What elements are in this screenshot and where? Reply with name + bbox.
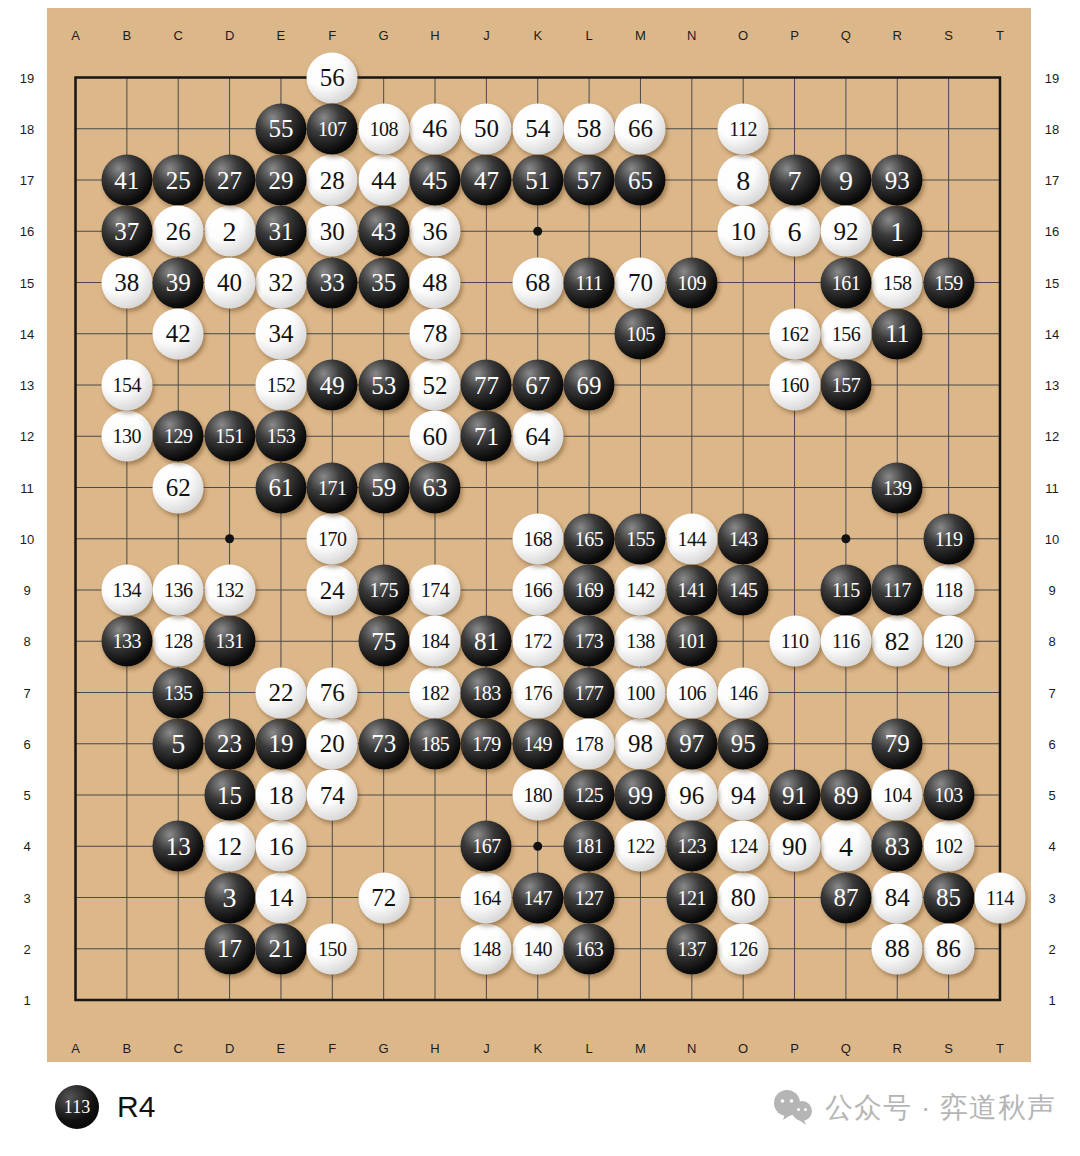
- coord-label-bottom-M: M: [635, 1041, 646, 1056]
- stone-H14: 78: [410, 308, 461, 359]
- stone-P5: 91: [769, 770, 820, 821]
- coord-label-top-M: M: [635, 28, 646, 43]
- stone-H16: 36: [410, 206, 461, 257]
- stone-F10: 170: [307, 513, 358, 564]
- coord-label-bottom-A: A: [71, 1041, 80, 1056]
- stone-C17: 25: [153, 155, 204, 206]
- stone-F19: 56: [307, 52, 358, 103]
- stone-K17: 51: [512, 155, 563, 206]
- coord-label-top-A: A: [71, 28, 80, 43]
- coord-label-right-7: 7: [1048, 685, 1055, 700]
- stone-O16: 10: [718, 206, 769, 257]
- stone-S9: 118: [923, 565, 974, 616]
- stone-L17: 57: [564, 155, 615, 206]
- stone-C7: 135: [153, 667, 204, 718]
- stone-K13: 67: [512, 360, 563, 411]
- coord-label-top-B: B: [123, 28, 132, 43]
- stone-B17: 41: [101, 155, 152, 206]
- coord-label-top-H: H: [430, 28, 439, 43]
- stone-N10: 144: [666, 513, 717, 564]
- stone-M6: 98: [615, 718, 666, 769]
- coord-label-bottom-R: R: [893, 1041, 902, 1056]
- stone-Q4: 4: [820, 821, 871, 872]
- coord-label-left-16: 16: [20, 224, 34, 239]
- stone-L2: 163: [564, 923, 615, 974]
- stone-G16: 43: [358, 206, 409, 257]
- stone-E16: 31: [255, 206, 306, 257]
- stone-O7: 146: [718, 667, 769, 718]
- last-move-caption: 113 R4: [55, 1085, 155, 1129]
- stone-F11: 171: [307, 462, 358, 513]
- stone-L10: 165: [564, 513, 615, 564]
- stone-Q17: 9: [820, 155, 871, 206]
- stone-D4: 12: [204, 821, 255, 872]
- stone-M17: 65: [615, 155, 666, 206]
- stone-M10: 155: [615, 513, 666, 564]
- stone-H11: 63: [410, 462, 461, 513]
- stone-R6: 79: [872, 718, 923, 769]
- coord-label-bottom-S: S: [944, 1041, 953, 1056]
- stone-M15: 70: [615, 257, 666, 308]
- stone-F18: 107: [307, 103, 358, 154]
- stone-E15: 32: [255, 257, 306, 308]
- stone-J13: 77: [461, 360, 512, 411]
- stone-R11: 139: [872, 462, 923, 513]
- coord-label-top-F: F: [328, 28, 336, 43]
- stone-O17: 8: [718, 155, 769, 206]
- stone-E18: 55: [255, 103, 306, 154]
- coord-label-bottom-T: T: [996, 1041, 1004, 1056]
- stone-R2: 88: [872, 923, 923, 974]
- stone-H12: 60: [410, 411, 461, 462]
- stone-F7: 76: [307, 667, 358, 718]
- caption-move-stone: 113: [55, 1085, 99, 1129]
- coord-label-top-C: C: [174, 28, 183, 43]
- stone-H7: 182: [410, 667, 461, 718]
- coord-label-left-17: 17: [20, 173, 34, 188]
- stone-F5: 74: [307, 770, 358, 821]
- stone-G3: 72: [358, 872, 409, 923]
- stone-B16: 37: [101, 206, 152, 257]
- coord-label-left-10: 10: [20, 531, 34, 546]
- coord-label-top-Q: Q: [841, 28, 851, 43]
- coord-label-right-10: 10: [1045, 531, 1059, 546]
- stone-C4: 13: [153, 821, 204, 872]
- stone-G8: 75: [358, 616, 409, 667]
- watermark-text: 公众号 · 弈道秋声: [825, 1089, 1056, 1127]
- stone-M4: 122: [615, 821, 666, 872]
- stone-F6: 20: [307, 718, 358, 769]
- stone-K12: 64: [512, 411, 563, 462]
- coord-label-top-J: J: [483, 28, 490, 43]
- coord-label-left-5: 5: [23, 788, 30, 803]
- stone-E4: 16: [255, 821, 306, 872]
- stone-K10: 168: [512, 513, 563, 564]
- coord-label-right-16: 16: [1045, 224, 1059, 239]
- coord-label-right-19: 19: [1045, 70, 1059, 85]
- stone-F16: 30: [307, 206, 358, 257]
- stone-R8: 82: [872, 616, 923, 667]
- stone-E14: 34: [255, 308, 306, 359]
- stone-S10: 119: [923, 513, 974, 564]
- coord-label-right-8: 8: [1048, 634, 1055, 649]
- stone-Q3: 87: [820, 872, 871, 923]
- stone-E2: 21: [255, 923, 306, 974]
- stone-H13: 52: [410, 360, 461, 411]
- stone-R3: 84: [872, 872, 923, 923]
- coord-label-left-7: 7: [23, 685, 30, 700]
- stone-K6: 149: [512, 718, 563, 769]
- stone-F2: 150: [307, 923, 358, 974]
- stone-P17: 7: [769, 155, 820, 206]
- stone-E12: 153: [255, 411, 306, 462]
- stone-M8: 138: [615, 616, 666, 667]
- coord-label-bottom-G: G: [379, 1041, 389, 1056]
- coord-label-bottom-K: K: [533, 1041, 542, 1056]
- stone-D12: 151: [204, 411, 255, 462]
- coord-label-top-L: L: [585, 28, 592, 43]
- stone-P8: 110: [769, 616, 820, 667]
- stone-L4: 181: [564, 821, 615, 872]
- stone-L18: 58: [564, 103, 615, 154]
- stone-G9: 175: [358, 565, 409, 616]
- stone-D17: 27: [204, 155, 255, 206]
- stone-P13: 160: [769, 360, 820, 411]
- stone-O3: 80: [718, 872, 769, 923]
- stone-K18: 54: [512, 103, 563, 154]
- coord-label-top-T: T: [996, 28, 1004, 43]
- stone-D9: 132: [204, 565, 255, 616]
- stone-Q8: 116: [820, 616, 871, 667]
- stone-J7: 183: [461, 667, 512, 718]
- stone-C6: 5: [153, 718, 204, 769]
- stone-L13: 69: [564, 360, 615, 411]
- stone-N15: 109: [666, 257, 717, 308]
- stone-N3: 121: [666, 872, 717, 923]
- coord-label-left-13: 13: [20, 378, 34, 393]
- coord-label-right-2: 2: [1048, 941, 1055, 956]
- coord-label-right-4: 4: [1048, 839, 1055, 854]
- coord-label-left-4: 4: [23, 839, 30, 854]
- coord-label-right-11: 11: [1045, 480, 1059, 495]
- stone-Q5: 89: [820, 770, 871, 821]
- coord-label-top-G: G: [379, 28, 389, 43]
- coord-label-right-13: 13: [1045, 378, 1059, 393]
- stone-H6: 185: [410, 718, 461, 769]
- stone-Q14: 156: [820, 308, 871, 359]
- stone-H17: 45: [410, 155, 461, 206]
- stone-H8: 184: [410, 616, 461, 667]
- stone-L3: 127: [564, 872, 615, 923]
- stone-B12: 130: [101, 411, 152, 462]
- coord-label-top-E: E: [277, 28, 286, 43]
- stone-G11: 59: [358, 462, 409, 513]
- stone-L6: 178: [564, 718, 615, 769]
- stone-R9: 117: [872, 565, 923, 616]
- stone-Q9: 115: [820, 565, 871, 616]
- stone-H15: 48: [410, 257, 461, 308]
- stone-G15: 35: [358, 257, 409, 308]
- caption-move-point: R4: [117, 1090, 155, 1124]
- stone-L5: 125: [564, 770, 615, 821]
- stone-K5: 180: [512, 770, 563, 821]
- coord-label-right-14: 14: [1045, 326, 1059, 341]
- coord-label-left-9: 9: [23, 583, 30, 598]
- stone-J4: 167: [461, 821, 512, 872]
- stone-E11: 61: [255, 462, 306, 513]
- stone-S5: 103: [923, 770, 974, 821]
- stone-Q13: 157: [820, 360, 871, 411]
- coord-label-right-6: 6: [1048, 736, 1055, 751]
- stone-C16: 26: [153, 206, 204, 257]
- stone-K7: 176: [512, 667, 563, 718]
- stone-C15: 39: [153, 257, 204, 308]
- coord-label-bottom-B: B: [123, 1041, 132, 1056]
- stone-N6: 97: [666, 718, 717, 769]
- coord-label-top-S: S: [944, 28, 953, 43]
- coord-label-bottom-H: H: [430, 1041, 439, 1056]
- wechat-icon: [771, 1089, 815, 1127]
- stone-K3: 147: [512, 872, 563, 923]
- stone-D2: 17: [204, 923, 255, 974]
- stone-K8: 172: [512, 616, 563, 667]
- stone-O9: 145: [718, 565, 769, 616]
- stone-K9: 166: [512, 565, 563, 616]
- stone-G17: 44: [358, 155, 409, 206]
- coord-label-bottom-D: D: [225, 1041, 234, 1056]
- stone-R17: 93: [872, 155, 923, 206]
- coord-label-left-18: 18: [20, 121, 34, 136]
- stone-E5: 18: [255, 770, 306, 821]
- stone-D16: 2: [204, 206, 255, 257]
- stone-M9: 142: [615, 565, 666, 616]
- coord-label-top-K: K: [533, 28, 542, 43]
- coord-label-right-18: 18: [1045, 121, 1059, 136]
- stone-R5: 104: [872, 770, 923, 821]
- stone-G18: 108: [358, 103, 409, 154]
- stone-R15: 158: [872, 257, 923, 308]
- coord-label-right-1: 1: [1048, 993, 1055, 1008]
- stone-L8: 173: [564, 616, 615, 667]
- coord-label-bottom-C: C: [174, 1041, 183, 1056]
- stone-N7: 106: [666, 667, 717, 718]
- coord-label-right-3: 3: [1048, 890, 1055, 905]
- stone-D6: 23: [204, 718, 255, 769]
- stone-G6: 73: [358, 718, 409, 769]
- stone-E17: 29: [255, 155, 306, 206]
- stone-O18: 112: [718, 103, 769, 154]
- stone-S15: 159: [923, 257, 974, 308]
- stone-S3: 85: [923, 872, 974, 923]
- watermark: 公众号 · 弈道秋声: [771, 1088, 1056, 1128]
- coord-label-left-1: 1: [23, 993, 30, 1008]
- stone-N9: 141: [666, 565, 717, 616]
- stone-J18: 50: [461, 103, 512, 154]
- coord-label-left-8: 8: [23, 634, 30, 649]
- stone-B15: 38: [101, 257, 152, 308]
- stone-G13: 53: [358, 360, 409, 411]
- coord-label-right-12: 12: [1045, 429, 1059, 444]
- stone-J12: 71: [461, 411, 512, 462]
- coord-label-right-9: 9: [1048, 583, 1055, 598]
- stone-J6: 179: [461, 718, 512, 769]
- coord-label-bottom-E: E: [277, 1041, 286, 1056]
- coord-label-bottom-Q: Q: [841, 1041, 851, 1056]
- stone-R16: 1: [872, 206, 923, 257]
- coord-label-bottom-P: P: [790, 1041, 799, 1056]
- stone-S8: 120: [923, 616, 974, 667]
- stone-C14: 42: [153, 308, 204, 359]
- stone-B13: 154: [101, 360, 152, 411]
- stone-O4: 124: [718, 821, 769, 872]
- coord-label-right-15: 15: [1045, 275, 1059, 290]
- stone-F9: 24: [307, 565, 358, 616]
- stone-T3: 114: [974, 872, 1025, 923]
- stone-J17: 47: [461, 155, 512, 206]
- stone-C8: 128: [153, 616, 204, 667]
- stone-L7: 177: [564, 667, 615, 718]
- stone-Q15: 161: [820, 257, 871, 308]
- stone-R4: 83: [872, 821, 923, 872]
- stone-D3: 3: [204, 872, 255, 923]
- coord-label-left-19: 19: [20, 70, 34, 85]
- coord-label-bottom-O: O: [738, 1041, 748, 1056]
- stone-Q16: 92: [820, 206, 871, 257]
- stone-L9: 169: [564, 565, 615, 616]
- stone-J8: 81: [461, 616, 512, 667]
- stone-F15: 33: [307, 257, 358, 308]
- stone-M14: 105: [615, 308, 666, 359]
- stone-O10: 143: [718, 513, 769, 564]
- stone-N4: 123: [666, 821, 717, 872]
- stone-M7: 100: [615, 667, 666, 718]
- coord-label-bottom-L: L: [585, 1041, 592, 1056]
- stone-N8: 101: [666, 616, 717, 667]
- stone-E7: 22: [255, 667, 306, 718]
- coord-label-left-15: 15: [20, 275, 34, 290]
- coord-label-top-O: O: [738, 28, 748, 43]
- coord-label-left-3: 3: [23, 890, 30, 905]
- stone-J3: 164: [461, 872, 512, 923]
- coord-label-right-17: 17: [1045, 173, 1059, 188]
- stone-N5: 96: [666, 770, 717, 821]
- stone-K15: 68: [512, 257, 563, 308]
- coord-label-bottom-J: J: [483, 1041, 490, 1056]
- coord-label-left-11: 11: [20, 480, 34, 495]
- stone-M5: 99: [615, 770, 666, 821]
- stone-D15: 40: [204, 257, 255, 308]
- stone-C9: 136: [153, 565, 204, 616]
- stone-E13: 152: [255, 360, 306, 411]
- stone-C11: 62: [153, 462, 204, 513]
- stone-B8: 133: [101, 616, 152, 667]
- coord-label-top-D: D: [225, 28, 234, 43]
- stone-B9: 134: [101, 565, 152, 616]
- stone-F13: 49: [307, 360, 358, 411]
- stone-C12: 129: [153, 411, 204, 462]
- stone-O5: 94: [718, 770, 769, 821]
- stone-H9: 174: [410, 565, 461, 616]
- stone-M18: 66: [615, 103, 666, 154]
- coord-label-left-12: 12: [20, 429, 34, 444]
- stone-H18: 46: [410, 103, 461, 154]
- coord-label-top-N: N: [687, 28, 696, 43]
- stone-P4: 90: [769, 821, 820, 872]
- stone-K2: 140: [512, 923, 563, 974]
- coord-label-top-P: P: [790, 28, 799, 43]
- stone-L15: 111: [564, 257, 615, 308]
- stone-E3: 14: [255, 872, 306, 923]
- coord-label-left-2: 2: [23, 941, 30, 956]
- stone-P14: 162: [769, 308, 820, 359]
- stone-D8: 131: [204, 616, 255, 667]
- stone-O2: 126: [718, 923, 769, 974]
- stone-N2: 137: [666, 923, 717, 974]
- stone-R14: 11: [872, 308, 923, 359]
- stone-F17: 28: [307, 155, 358, 206]
- coord-label-bottom-F: F: [328, 1041, 336, 1056]
- coord-label-top-R: R: [893, 28, 902, 43]
- coord-label-bottom-N: N: [687, 1041, 696, 1056]
- stone-S4: 102: [923, 821, 974, 872]
- stone-S2: 86: [923, 923, 974, 974]
- stone-E6: 19: [255, 718, 306, 769]
- stone-O6: 95: [718, 718, 769, 769]
- coord-label-left-14: 14: [20, 326, 34, 341]
- stone-D5: 15: [204, 770, 255, 821]
- coord-label-left-6: 6: [23, 736, 30, 751]
- stone-J2: 148: [461, 923, 512, 974]
- stone-P16: 6: [769, 206, 820, 257]
- coord-label-right-5: 5: [1048, 788, 1055, 803]
